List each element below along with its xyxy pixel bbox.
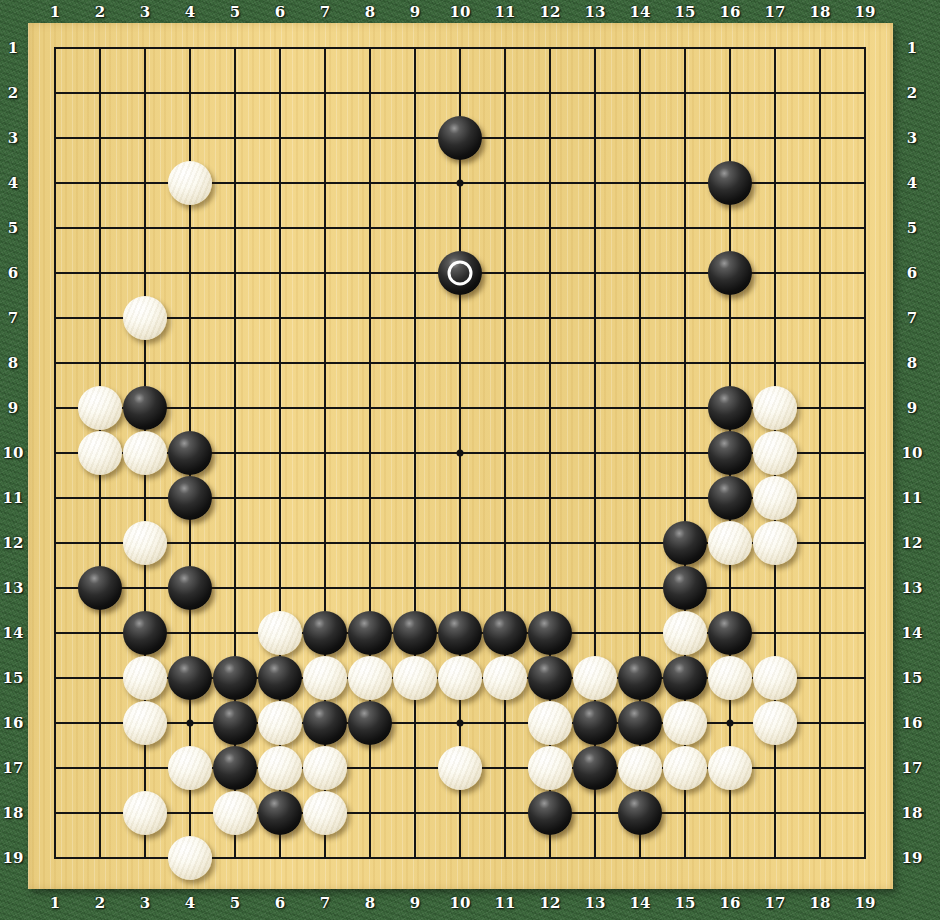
coord-label-top-13: 13 xyxy=(585,3,606,21)
white-stone xyxy=(573,656,617,700)
grid-line-vertical xyxy=(864,47,866,859)
coord-label-top-12: 12 xyxy=(540,3,561,21)
coord-label-top-18: 18 xyxy=(810,3,831,21)
white-stone xyxy=(258,611,302,655)
black-stone xyxy=(708,476,752,520)
coord-label-left-16: 16 xyxy=(3,714,24,732)
black-stone xyxy=(438,116,482,160)
black-stone xyxy=(663,566,707,610)
white-stone xyxy=(303,791,347,835)
white-stone xyxy=(123,296,167,340)
white-stone xyxy=(708,746,752,790)
coord-label-right-18: 18 xyxy=(902,804,923,822)
white-stone xyxy=(663,746,707,790)
black-stone xyxy=(123,386,167,430)
coord-label-bottom-16: 16 xyxy=(720,894,741,912)
coord-label-left-18: 18 xyxy=(3,804,24,822)
coord-label-top-5: 5 xyxy=(230,3,240,21)
black-stone xyxy=(573,746,617,790)
last-move-marker xyxy=(448,261,473,286)
coord-label-left-1: 1 xyxy=(8,39,18,57)
white-stone xyxy=(753,476,797,520)
coord-label-top-6: 6 xyxy=(275,3,285,21)
white-stone xyxy=(123,701,167,745)
black-stone xyxy=(528,791,572,835)
white-stone xyxy=(303,746,347,790)
black-stone xyxy=(708,161,752,205)
coord-label-bottom-5: 5 xyxy=(230,894,240,912)
coord-label-bottom-15: 15 xyxy=(675,894,696,912)
white-stone xyxy=(258,746,302,790)
black-stone xyxy=(213,701,257,745)
white-stone xyxy=(123,656,167,700)
grid-line-vertical xyxy=(504,47,506,859)
black-stone xyxy=(168,476,212,520)
black-stone xyxy=(438,251,482,295)
coord-label-left-12: 12 xyxy=(3,534,24,552)
coord-label-left-3: 3 xyxy=(8,129,18,147)
black-stone xyxy=(528,611,572,655)
coord-label-left-11: 11 xyxy=(3,489,24,507)
white-stone xyxy=(618,746,662,790)
coord-label-top-9: 9 xyxy=(410,3,420,21)
black-stone xyxy=(528,656,572,700)
black-stone xyxy=(258,656,302,700)
white-stone xyxy=(438,746,482,790)
coord-label-bottom-6: 6 xyxy=(275,894,285,912)
white-stone xyxy=(168,161,212,205)
coord-label-bottom-11: 11 xyxy=(495,894,516,912)
coord-label-top-2: 2 xyxy=(95,3,105,21)
white-stone xyxy=(78,431,122,475)
coord-label-right-10: 10 xyxy=(902,444,923,462)
coord-label-left-13: 13 xyxy=(3,579,24,597)
coord-label-right-7: 7 xyxy=(907,309,917,327)
coord-label-right-1: 1 xyxy=(907,39,917,57)
coord-label-bottom-9: 9 xyxy=(410,894,420,912)
coord-label-bottom-4: 4 xyxy=(185,894,195,912)
white-stone xyxy=(753,431,797,475)
coord-label-left-17: 17 xyxy=(3,759,24,777)
coord-label-top-11: 11 xyxy=(495,3,516,21)
white-stone xyxy=(663,701,707,745)
coord-label-bottom-13: 13 xyxy=(585,894,606,912)
white-stone xyxy=(753,656,797,700)
star-point xyxy=(457,450,464,457)
coord-label-top-7: 7 xyxy=(320,3,330,21)
coord-label-left-4: 4 xyxy=(8,174,18,192)
coord-label-top-15: 15 xyxy=(675,3,696,21)
coord-label-left-5: 5 xyxy=(8,219,18,237)
black-stone xyxy=(303,611,347,655)
black-stone xyxy=(708,251,752,295)
black-stone xyxy=(438,611,482,655)
coord-label-left-6: 6 xyxy=(8,264,18,282)
coord-label-bottom-2: 2 xyxy=(95,894,105,912)
black-stone xyxy=(168,431,212,475)
star-point xyxy=(457,180,464,187)
coord-label-right-13: 13 xyxy=(902,579,923,597)
coord-label-right-5: 5 xyxy=(907,219,917,237)
white-stone xyxy=(78,386,122,430)
coord-label-bottom-14: 14 xyxy=(630,894,651,912)
white-stone xyxy=(213,791,257,835)
coord-label-right-15: 15 xyxy=(902,669,923,687)
black-stone xyxy=(663,656,707,700)
black-stone xyxy=(618,791,662,835)
black-stone xyxy=(573,701,617,745)
white-stone xyxy=(348,656,392,700)
coord-label-left-7: 7 xyxy=(8,309,18,327)
black-stone xyxy=(168,656,212,700)
coord-label-top-19: 19 xyxy=(855,3,876,21)
coord-label-top-3: 3 xyxy=(140,3,150,21)
coord-label-right-2: 2 xyxy=(907,84,917,102)
coord-label-bottom-10: 10 xyxy=(450,894,471,912)
coord-label-bottom-3: 3 xyxy=(140,894,150,912)
white-stone xyxy=(168,746,212,790)
coord-label-right-8: 8 xyxy=(907,354,917,372)
coord-label-right-14: 14 xyxy=(902,624,923,642)
white-stone xyxy=(753,701,797,745)
coord-label-left-19: 19 xyxy=(3,849,24,867)
black-stone xyxy=(348,701,392,745)
coord-label-top-4: 4 xyxy=(185,3,195,21)
coord-label-left-2: 2 xyxy=(8,84,18,102)
black-stone xyxy=(168,566,212,610)
coord-label-right-3: 3 xyxy=(907,129,917,147)
coord-label-right-11: 11 xyxy=(902,489,923,507)
coord-label-right-12: 12 xyxy=(902,534,923,552)
black-stone xyxy=(708,386,752,430)
star-point xyxy=(187,720,194,727)
black-stone xyxy=(348,611,392,655)
coord-label-bottom-1: 1 xyxy=(50,894,60,912)
white-stone xyxy=(123,521,167,565)
star-point xyxy=(727,720,734,727)
coord-label-bottom-12: 12 xyxy=(540,894,561,912)
white-stone xyxy=(708,656,752,700)
black-stone xyxy=(213,656,257,700)
white-stone xyxy=(258,701,302,745)
coord-label-right-16: 16 xyxy=(902,714,923,732)
coord-label-top-10: 10 xyxy=(450,3,471,21)
coord-label-top-1: 1 xyxy=(50,3,60,21)
grid-line-horizontal xyxy=(54,812,866,814)
white-stone xyxy=(303,656,347,700)
white-stone xyxy=(438,656,482,700)
coord-label-right-6: 6 xyxy=(907,264,917,282)
white-stone xyxy=(483,656,527,700)
coord-label-right-17: 17 xyxy=(902,759,923,777)
white-stone xyxy=(708,521,752,565)
star-point xyxy=(457,720,464,727)
black-stone xyxy=(123,611,167,655)
white-stone xyxy=(663,611,707,655)
coord-label-left-9: 9 xyxy=(8,399,18,417)
coord-label-top-16: 16 xyxy=(720,3,741,21)
go-game-screen: 1111222233334444555566667777888899991010… xyxy=(0,0,940,920)
coord-label-top-8: 8 xyxy=(365,3,375,21)
grid-line-vertical xyxy=(819,47,821,859)
black-stone xyxy=(618,701,662,745)
coord-label-right-4: 4 xyxy=(907,174,917,192)
coord-label-right-9: 9 xyxy=(907,399,917,417)
coord-label-top-17: 17 xyxy=(765,3,786,21)
black-stone xyxy=(258,791,302,835)
goban[interactable] xyxy=(28,23,893,889)
coord-label-top-14: 14 xyxy=(630,3,651,21)
white-stone xyxy=(528,746,572,790)
coord-label-bottom-19: 19 xyxy=(855,894,876,912)
black-stone xyxy=(393,611,437,655)
coord-label-left-10: 10 xyxy=(3,444,24,462)
white-stone xyxy=(123,791,167,835)
white-stone xyxy=(528,701,572,745)
black-stone xyxy=(483,611,527,655)
white-stone xyxy=(123,431,167,475)
black-stone xyxy=(708,431,752,475)
black-stone xyxy=(213,746,257,790)
white-stone xyxy=(753,521,797,565)
coord-label-left-15: 15 xyxy=(3,669,24,687)
coord-label-left-14: 14 xyxy=(3,624,24,642)
white-stone xyxy=(168,836,212,880)
coord-label-right-19: 19 xyxy=(902,849,923,867)
black-stone xyxy=(663,521,707,565)
coord-label-bottom-8: 8 xyxy=(365,894,375,912)
black-stone xyxy=(78,566,122,610)
black-stone xyxy=(708,611,752,655)
black-stone xyxy=(618,656,662,700)
coord-label-bottom-18: 18 xyxy=(810,894,831,912)
coord-label-left-8: 8 xyxy=(8,354,18,372)
white-stone xyxy=(753,386,797,430)
coord-label-bottom-7: 7 xyxy=(320,894,330,912)
coord-label-bottom-17: 17 xyxy=(765,894,786,912)
white-stone xyxy=(393,656,437,700)
black-stone xyxy=(303,701,347,745)
